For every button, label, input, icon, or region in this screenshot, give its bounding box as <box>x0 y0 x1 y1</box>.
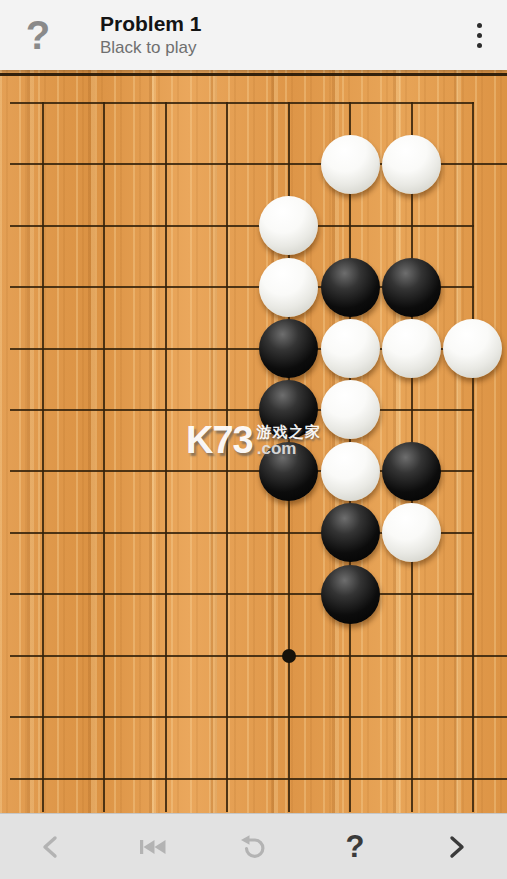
black-stone[interactable] <box>382 258 441 317</box>
black-stone[interactable] <box>382 442 441 501</box>
white-stone[interactable] <box>259 258 318 317</box>
undo-arrow-icon <box>237 832 269 862</box>
grid-line-vertical <box>472 102 474 812</box>
header-titles: Problem 1 Black to play <box>76 11 451 59</box>
grid-line-vertical <box>103 102 105 812</box>
previous-problem-button[interactable] <box>15 817 87 877</box>
white-stone[interactable] <box>321 380 380 439</box>
black-stone[interactable] <box>321 503 380 562</box>
white-stone[interactable] <box>321 135 380 194</box>
app-header: ? Problem 1 Black to play <box>0 0 507 70</box>
board-top-edge-line <box>0 73 507 76</box>
chevron-right-icon <box>441 832 471 862</box>
next-problem-button[interactable] <box>420 817 492 877</box>
skip-to-start-icon <box>135 832 169 862</box>
grid-line-vertical <box>42 102 44 812</box>
question-mark-icon: ? <box>345 817 364 877</box>
undo-button[interactable] <box>217 817 289 877</box>
restart-button[interactable] <box>116 817 188 877</box>
white-stone[interactable] <box>321 319 380 378</box>
black-stone[interactable] <box>321 258 380 317</box>
black-stone[interactable] <box>259 319 318 378</box>
menu-dot <box>477 33 482 38</box>
turn-indicator: Black to play <box>100 37 451 59</box>
go-board[interactable] <box>0 70 507 813</box>
grid-line-horizontal <box>10 102 474 104</box>
hint-button[interactable]: ? <box>319 817 391 877</box>
black-stone[interactable] <box>259 442 318 501</box>
grid-line-horizontal <box>10 409 474 411</box>
menu-dot <box>477 23 482 28</box>
chevron-left-icon <box>36 832 66 862</box>
grid-line-horizontal <box>10 655 507 657</box>
white-stone[interactable] <box>443 319 502 378</box>
page-title: Problem 1 <box>100 11 451 37</box>
white-stone[interactable] <box>382 319 441 378</box>
white-stone[interactable] <box>321 442 380 501</box>
white-stone[interactable] <box>382 135 441 194</box>
grid-line-vertical <box>226 102 228 812</box>
grid-line-horizontal <box>10 593 474 595</box>
grid-line-horizontal <box>10 225 474 227</box>
menu-dot <box>477 43 482 48</box>
grid-line-horizontal <box>10 716 507 718</box>
black-stone[interactable] <box>259 380 318 439</box>
black-stone[interactable] <box>321 565 380 624</box>
app-screen: ? Problem 1 Black to play K73 游戏之家 .com <box>0 0 507 879</box>
white-stone[interactable] <box>382 503 441 562</box>
grid-line-horizontal <box>10 778 507 780</box>
white-stone[interactable] <box>259 196 318 255</box>
overflow-kebab-menu-icon[interactable] <box>451 0 507 70</box>
star-point <box>282 649 296 663</box>
grid-line-vertical <box>165 102 167 812</box>
help-icon[interactable]: ? <box>0 0 76 70</box>
bottom-toolbar: ? <box>0 813 507 879</box>
